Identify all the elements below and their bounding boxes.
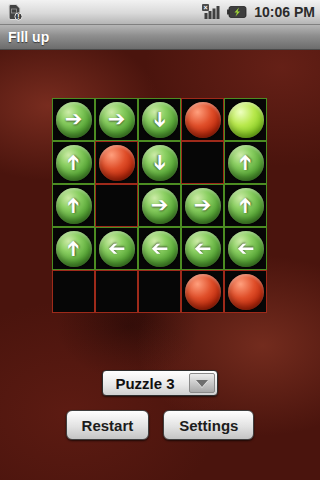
board-cell-r3c4[interactable]: ➔	[181, 184, 224, 227]
arrow-glyph: ➔	[194, 195, 212, 216]
spinner-row: Puzzle 3	[0, 370, 320, 396]
board-cell-r3c1[interactable]: ➔	[52, 184, 95, 227]
battery-charging-icon	[225, 2, 249, 22]
svg-text:!: !	[17, 13, 19, 20]
restart-button[interactable]: Restart	[66, 410, 150, 440]
board-cell-r1c3[interactable]: ➔	[138, 98, 181, 141]
settings-button[interactable]: Settings	[163, 410, 254, 440]
green-arrow-up-piece: ➔	[56, 188, 92, 224]
app-title: FIll up	[8, 29, 49, 45]
arrow-glyph: ➔	[151, 195, 169, 216]
green-arrow-down-piece: ➔	[142, 102, 178, 138]
puzzle-board: ➔➔➔➔➔➔➔➔➔➔➔➔➔➔➔	[52, 98, 267, 313]
green-arrow-right-piece: ➔	[142, 188, 178, 224]
board-cell-r4c4[interactable]: ➔	[181, 227, 224, 270]
board-cell-r1c1[interactable]: ➔	[52, 98, 95, 141]
board-cell-r5c4[interactable]	[181, 270, 224, 313]
no-sim-card-icon: !	[5, 2, 25, 22]
arrow-glyph: ➔	[108, 109, 126, 130]
arrow-glyph: ➔	[63, 240, 84, 258]
puzzle-selector[interactable]: Puzzle 3	[102, 370, 218, 396]
arrow-glyph: ➔	[194, 238, 212, 259]
board-cell-r1c4[interactable]	[181, 98, 224, 141]
green-arrow-left-piece: ➔	[142, 231, 178, 267]
green-arrow-down-piece: ➔	[142, 145, 178, 181]
button-row: Restart Settings	[0, 410, 320, 440]
green-ball-piece	[228, 102, 264, 138]
red-ball-piece	[99, 145, 135, 181]
green-arrow-right-piece: ➔	[56, 102, 92, 138]
status-bar: ! × 10:06 PM	[0, 0, 320, 25]
board-cell-r4c3[interactable]: ➔	[138, 227, 181, 270]
board-cell-r3c3[interactable]: ➔	[138, 184, 181, 227]
board-cell-r4c5[interactable]: ➔	[224, 227, 267, 270]
board-cell-r2c1[interactable]: ➔	[52, 141, 95, 184]
board-cell-r1c5[interactable]	[224, 98, 267, 141]
board-cell-r2c5[interactable]: ➔	[224, 141, 267, 184]
board-cell-r3c5[interactable]: ➔	[224, 184, 267, 227]
arrow-glyph: ➔	[65, 109, 83, 130]
board-cell-r2c4[interactable]	[181, 141, 224, 184]
arrow-glyph: ➔	[149, 111, 170, 129]
green-arrow-right-piece: ➔	[185, 188, 221, 224]
board-cell-r5c5[interactable]	[224, 270, 267, 313]
board-cell-r2c2[interactable]	[95, 141, 138, 184]
arrow-glyph: ➔	[63, 197, 84, 215]
arrow-glyph: ➔	[235, 154, 256, 172]
arrow-glyph: ➔	[149, 154, 170, 172]
dropdown-arrow-button[interactable]	[189, 373, 215, 393]
board-cell-r1c2[interactable]: ➔	[95, 98, 138, 141]
board-cell-r5c1[interactable]	[52, 270, 95, 313]
arrow-glyph: ➔	[235, 197, 256, 215]
green-arrow-up-piece: ➔	[228, 145, 264, 181]
svg-text:×: ×	[204, 4, 208, 11]
board-cell-r4c2[interactable]: ➔	[95, 227, 138, 270]
green-arrow-left-piece: ➔	[99, 231, 135, 267]
red-ball-piece	[228, 274, 264, 310]
green-arrow-up-piece: ➔	[228, 188, 264, 224]
arrow-glyph: ➔	[108, 238, 126, 259]
arrow-glyph: ➔	[151, 238, 169, 259]
red-ball-piece	[185, 274, 221, 310]
green-arrow-left-piece: ➔	[185, 231, 221, 267]
puzzle-selector-value: Puzzle 3	[103, 371, 187, 395]
board-cell-r4c1[interactable]: ➔	[52, 227, 95, 270]
green-arrow-left-piece: ➔	[228, 231, 264, 267]
chevron-down-icon	[196, 380, 208, 387]
board-cell-r5c2[interactable]	[95, 270, 138, 313]
arrow-glyph: ➔	[237, 238, 255, 259]
green-arrow-up-piece: ➔	[56, 231, 92, 267]
title-bar: FIll up	[0, 25, 320, 50]
clock: 10:06 PM	[254, 4, 315, 20]
board-cell-r3c2[interactable]	[95, 184, 138, 227]
board-cell-r2c3[interactable]: ➔	[138, 141, 181, 184]
board-cell-r5c3[interactable]	[138, 270, 181, 313]
green-arrow-right-piece: ➔	[99, 102, 135, 138]
green-arrow-up-piece: ➔	[56, 145, 92, 181]
arrow-glyph: ➔	[63, 154, 84, 172]
red-ball-piece	[185, 102, 221, 138]
no-signal-icon: ×	[201, 2, 221, 22]
